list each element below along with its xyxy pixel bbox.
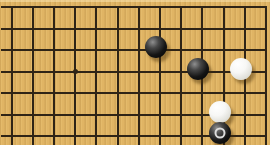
- white-stone[interactable]: [209, 101, 231, 123]
- intersection[interactable]: [22, 125, 43, 145]
- grid-line-vertical: [244, 6, 246, 18]
- intersection[interactable]: [213, 39, 234, 61]
- grid-line-vertical: [11, 104, 13, 126]
- grid-line-vertical: [159, 61, 161, 83]
- intersection[interactable]: [213, 0, 234, 18]
- grid-line-vertical: [32, 104, 34, 126]
- grid-line-vertical: [159, 6, 161, 18]
- grid-line-vertical: [74, 18, 76, 40]
- intersection[interactable]: [149, 61, 170, 83]
- intersection[interactable]: [234, 61, 255, 83]
- intersection[interactable]: [1, 61, 22, 83]
- intersection[interactable]: [107, 0, 128, 18]
- intersection[interactable]: [128, 61, 149, 83]
- grid-line-vertical: [180, 39, 182, 61]
- grid-line-vertical: [223, 61, 225, 83]
- intersection[interactable]: [1, 125, 22, 145]
- intersection[interactable]: [65, 61, 86, 83]
- intersection[interactable]: [255, 39, 270, 61]
- grid-line-vertical: [138, 82, 140, 104]
- intersection[interactable]: [234, 82, 255, 104]
- grid-line-vertical: [74, 104, 76, 126]
- intersection[interactable]: [1, 18, 22, 40]
- star-point: [73, 69, 78, 74]
- intersection[interactable]: [86, 39, 107, 61]
- intersection[interactable]: [65, 0, 86, 18]
- intersection[interactable]: [128, 82, 149, 104]
- grid-line-vertical: [11, 18, 13, 40]
- grid-line-vertical: [32, 18, 34, 40]
- intersection[interactable]: [213, 18, 234, 40]
- intersection[interactable]: [107, 104, 128, 126]
- intersection[interactable]: [43, 61, 64, 83]
- board-grid[interactable]: [1, 0, 270, 145]
- intersection[interactable]: [234, 18, 255, 40]
- grid-line-vertical: [138, 61, 140, 83]
- grid-line-vertical: [159, 125, 161, 145]
- grid-line-vertical: [201, 18, 203, 40]
- intersection[interactable]: [192, 0, 213, 18]
- intersection[interactable]: [22, 104, 43, 126]
- grid-line-vertical: [223, 39, 225, 61]
- grid-line-vertical: [95, 6, 97, 18]
- intersection[interactable]: [43, 18, 64, 40]
- grid-line-vertical: [53, 6, 55, 18]
- grid-line-vertical: [223, 18, 225, 40]
- grid-line-vertical: [53, 104, 55, 126]
- grid-line-vertical: [95, 18, 97, 40]
- grid-line-vertical: [117, 125, 119, 145]
- intersection[interactable]: [22, 0, 43, 18]
- intersection[interactable]: [171, 82, 192, 104]
- intersection[interactable]: [171, 39, 192, 61]
- intersection[interactable]: [255, 0, 270, 18]
- grid-line-vertical: [53, 18, 55, 40]
- intersection[interactable]: [171, 104, 192, 126]
- intersection[interactable]: [107, 61, 128, 83]
- intersection[interactable]: [213, 125, 234, 145]
- grid-line-vertical: [138, 104, 140, 126]
- grid-line-vertical: [117, 104, 119, 126]
- grid-line-vertical: [11, 82, 13, 104]
- intersection[interactable]: [171, 18, 192, 40]
- grid-line-vertical: [32, 61, 34, 83]
- intersection[interactable]: [1, 104, 22, 126]
- grid-line-vertical: [201, 104, 203, 126]
- grid-line-vertical: [159, 104, 161, 126]
- grid-line-vertical: [32, 39, 34, 61]
- intersection[interactable]: [128, 0, 149, 18]
- grid-line-vertical: [11, 125, 13, 145]
- intersection[interactable]: [86, 0, 107, 18]
- grid-line-vertical: [265, 6, 267, 18]
- grid-line-vertical: [265, 61, 267, 83]
- grid-line-vertical: [95, 61, 97, 83]
- grid-line-vertical: [117, 61, 119, 83]
- intersection[interactable]: [149, 0, 170, 18]
- intersection[interactable]: [65, 82, 86, 104]
- grid-line-vertical: [11, 61, 13, 83]
- grid-line-vertical: [180, 61, 182, 83]
- grid-line-vertical: [265, 82, 267, 104]
- grid-line-vertical: [95, 104, 97, 126]
- intersection[interactable]: [149, 39, 170, 61]
- intersection[interactable]: [234, 0, 255, 18]
- grid-line-vertical: [138, 125, 140, 145]
- intersection[interactable]: [1, 0, 22, 18]
- go-board: [0, 0, 270, 145]
- intersection[interactable]: [234, 104, 255, 126]
- grid-line-vertical: [201, 125, 203, 145]
- grid-line-vertical: [138, 18, 140, 40]
- grid-line-vertical: [180, 18, 182, 40]
- grid-line-vertical: [74, 6, 76, 18]
- intersection[interactable]: [86, 125, 107, 145]
- intersection[interactable]: [1, 82, 22, 104]
- intersection[interactable]: [128, 18, 149, 40]
- grid-line-vertical: [180, 82, 182, 104]
- grid-line-vertical: [180, 125, 182, 145]
- grid-line-vertical: [32, 82, 34, 104]
- intersection[interactable]: [1, 39, 22, 61]
- intersection[interactable]: [86, 61, 107, 83]
- grid-line-vertical: [265, 125, 267, 145]
- intersection[interactable]: [255, 61, 270, 83]
- intersection[interactable]: [171, 0, 192, 18]
- intersection[interactable]: [43, 82, 64, 104]
- grid-line-vertical: [180, 6, 182, 18]
- intersection[interactable]: [65, 18, 86, 40]
- grid-line-vertical: [117, 6, 119, 18]
- intersection[interactable]: [255, 104, 270, 126]
- intersection[interactable]: [128, 125, 149, 145]
- grid-line-vertical: [244, 18, 246, 40]
- intersection[interactable]: [107, 39, 128, 61]
- grid-line-vertical: [53, 61, 55, 83]
- intersection[interactable]: [22, 82, 43, 104]
- intersection[interactable]: [192, 82, 213, 104]
- intersection[interactable]: [43, 125, 64, 145]
- intersection[interactable]: [22, 61, 43, 83]
- intersection[interactable]: [255, 82, 270, 104]
- black-stone[interactable]: [187, 58, 209, 80]
- intersection[interactable]: [65, 104, 86, 126]
- intersection[interactable]: [107, 125, 128, 145]
- grid-line-vertical: [53, 82, 55, 104]
- grid-line-vertical: [265, 104, 267, 126]
- grid-line-vertical: [244, 82, 246, 104]
- grid-line-vertical: [244, 125, 246, 145]
- intersection[interactable]: [22, 39, 43, 61]
- intersection[interactable]: [65, 39, 86, 61]
- grid-line-vertical: [117, 18, 119, 40]
- grid-line-vertical: [201, 82, 203, 104]
- intersection[interactable]: [43, 39, 64, 61]
- intersection[interactable]: [149, 82, 170, 104]
- grid-line-vertical: [201, 6, 203, 18]
- grid-line-vertical: [53, 39, 55, 61]
- intersection[interactable]: [149, 104, 170, 126]
- grid-line-vertical: [159, 82, 161, 104]
- grid-line-vertical: [117, 82, 119, 104]
- grid-line-vertical: [11, 39, 13, 61]
- grid-line-vertical: [53, 125, 55, 145]
- intersection[interactable]: [192, 18, 213, 40]
- intersection[interactable]: [43, 104, 64, 126]
- intersection[interactable]: [65, 125, 86, 145]
- grid-line-vertical: [138, 6, 140, 18]
- intersection[interactable]: [255, 18, 270, 40]
- grid-line-vertical: [95, 39, 97, 61]
- black-stone[interactable]: [209, 122, 231, 144]
- grid-line-vertical: [74, 39, 76, 61]
- intersection[interactable]: [22, 18, 43, 40]
- intersection[interactable]: [171, 125, 192, 145]
- black-stone[interactable]: [145, 36, 167, 58]
- intersection[interactable]: [86, 104, 107, 126]
- board-top-edge-highlight: [0, 0, 270, 2]
- grid-line-vertical: [138, 39, 140, 61]
- grid-line-vertical: [74, 82, 76, 104]
- grid-line-vertical: [180, 104, 182, 126]
- grid-line-vertical: [95, 125, 97, 145]
- intersection[interactable]: [255, 125, 270, 145]
- grid-line-vertical: [265, 18, 267, 40]
- grid-line-vertical: [265, 39, 267, 61]
- last-move-circle-marker: [214, 128, 225, 139]
- intersection[interactable]: [149, 125, 170, 145]
- grid-line-vertical: [74, 125, 76, 145]
- intersection[interactable]: [107, 18, 128, 40]
- intersection[interactable]: [234, 125, 255, 145]
- grid-line-vertical: [244, 104, 246, 126]
- grid-line-vertical: [223, 6, 225, 18]
- intersection[interactable]: [86, 18, 107, 40]
- white-stone[interactable]: [230, 58, 252, 80]
- grid-line-vertical: [32, 6, 34, 18]
- intersection[interactable]: [107, 82, 128, 104]
- intersection[interactable]: [43, 0, 64, 18]
- intersection[interactable]: [192, 61, 213, 83]
- intersection[interactable]: [86, 82, 107, 104]
- grid-line-vertical: [117, 39, 119, 61]
- grid-line-vertical: [32, 125, 34, 145]
- grid-line-vertical: [11, 6, 13, 18]
- grid-line-vertical: [95, 82, 97, 104]
- intersection[interactable]: [128, 104, 149, 126]
